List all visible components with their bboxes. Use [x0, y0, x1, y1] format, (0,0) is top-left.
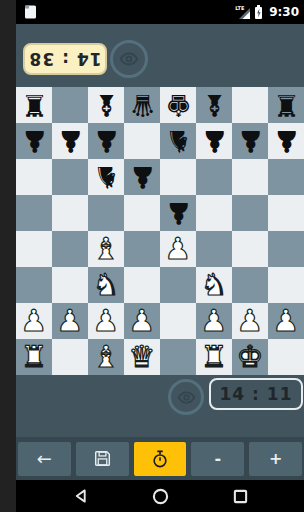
back-arrow-icon: ←	[37, 448, 52, 469]
square-h3[interactable]	[268, 267, 304, 303]
save-floppy-icon	[94, 450, 111, 467]
square-h4[interactable]	[268, 231, 304, 267]
square-e7[interactable]: ♞	[160, 123, 196, 159]
square-f1[interactable]: ♜	[196, 339, 232, 375]
plus-label: +	[269, 449, 282, 468]
black-clock-zone: 14 : 38	[16, 24, 304, 87]
battery-charging-icon	[254, 4, 263, 20]
square-a8[interactable]: ♜	[16, 87, 52, 123]
square-b1[interactable]	[52, 339, 88, 375]
eye-toggle-top-button[interactable]	[110, 40, 148, 78]
black-clock[interactable]: 14 : 38	[23, 43, 107, 75]
square-c5[interactable]	[88, 195, 124, 231]
square-h8[interactable]: ♜	[268, 87, 304, 123]
square-f5[interactable]	[196, 195, 232, 231]
nav-back-icon[interactable]	[73, 488, 88, 504]
square-d5[interactable]	[124, 195, 160, 231]
black-queen: ♛	[129, 87, 156, 123]
white-pawn: ♟	[165, 231, 192, 267]
black-knight: ♞	[165, 123, 192, 159]
chess-board: ♜♝♛♚♝♜♟♟♟♞♟♟♟♞♟♟♝♟♞♞♟♟♟♟♟♟♟♜♝♛♜♚	[16, 87, 304, 375]
square-c1[interactable]: ♝	[88, 339, 124, 375]
square-f2[interactable]: ♟	[196, 303, 232, 339]
square-d3[interactable]	[124, 267, 160, 303]
save-button[interactable]	[76, 442, 129, 476]
white-knight: ♞	[93, 267, 120, 303]
black-pawn: ♟	[237, 123, 264, 159]
square-g5[interactable]	[232, 195, 268, 231]
square-d8[interactable]: ♛	[124, 87, 160, 123]
stopwatch-icon	[151, 450, 169, 468]
timer-button[interactable]	[134, 442, 187, 476]
black-bishop: ♝	[201, 87, 228, 123]
square-d2[interactable]: ♟	[124, 303, 160, 339]
white-clock-zone: 14 : 11	[16, 375, 304, 437]
white-pawn: ♟	[129, 303, 156, 339]
square-b3[interactable]	[52, 267, 88, 303]
square-c8[interactable]: ♝	[88, 87, 124, 123]
square-e1[interactable]	[160, 339, 196, 375]
eye-icon	[118, 48, 140, 70]
square-e8[interactable]: ♚	[160, 87, 196, 123]
black-pawn: ♟	[21, 123, 48, 159]
nav-home-icon[interactable]	[152, 488, 169, 505]
square-f7[interactable]: ♟	[196, 123, 232, 159]
square-c6[interactable]: ♞	[88, 159, 124, 195]
nav-recents-icon[interactable]	[233, 489, 248, 504]
square-a4[interactable]	[16, 231, 52, 267]
square-e4[interactable]: ♟	[160, 231, 196, 267]
status-bar: LTE 9:30	[16, 0, 304, 24]
square-b5[interactable]	[52, 195, 88, 231]
square-g4[interactable]	[232, 231, 268, 267]
decrease-time-button[interactable]: -	[191, 442, 244, 476]
square-a3[interactable]	[16, 267, 52, 303]
white-pawn: ♟	[273, 303, 300, 339]
square-b7[interactable]: ♟	[52, 123, 88, 159]
increase-time-button[interactable]: +	[249, 442, 302, 476]
square-a7[interactable]: ♟	[16, 123, 52, 159]
black-pawn: ♟	[93, 123, 120, 159]
square-d6[interactable]: ♟	[124, 159, 160, 195]
square-c3[interactable]: ♞	[88, 267, 124, 303]
black-king: ♚	[165, 87, 192, 123]
square-f4[interactable]	[196, 231, 232, 267]
square-g7[interactable]: ♟	[232, 123, 268, 159]
black-clock-time: 14 : 38	[29, 49, 102, 69]
black-pawn: ♟	[57, 123, 84, 159]
square-a6[interactable]	[16, 159, 52, 195]
signal-lte-icon: LTE	[235, 5, 250, 19]
square-e5[interactable]: ♟	[160, 195, 196, 231]
minus-label: -	[214, 449, 221, 468]
chess-app-screen: LTE 9:30 14 : 38 ♜♝♛♚♝♜♟	[16, 0, 304, 512]
black-rook: ♜	[21, 87, 48, 123]
square-g6[interactable]	[232, 159, 268, 195]
square-f8[interactable]: ♝	[196, 87, 232, 123]
square-d4[interactable]	[124, 231, 160, 267]
black-knight: ♞	[93, 159, 120, 195]
black-bishop: ♝	[93, 87, 120, 123]
square-f3[interactable]: ♞	[196, 267, 232, 303]
white-knight: ♞	[201, 267, 228, 303]
white-bishop: ♝	[93, 231, 120, 267]
square-a2[interactable]: ♟	[16, 303, 52, 339]
eye-toggle-bottom-button[interactable]	[168, 379, 204, 415]
android-nav-bar	[16, 480, 304, 512]
white-pawn: ♟	[201, 303, 228, 339]
square-b8[interactable]	[52, 87, 88, 123]
back-button[interactable]: ←	[18, 442, 71, 476]
square-d7[interactable]	[124, 123, 160, 159]
black-pawn: ♟	[165, 195, 192, 231]
black-pawn: ♟	[273, 123, 300, 159]
square-d1[interactable]: ♛	[124, 339, 160, 375]
square-c7[interactable]: ♟	[88, 123, 124, 159]
square-g2[interactable]: ♟	[232, 303, 268, 339]
square-h5[interactable]	[268, 195, 304, 231]
square-e3[interactable]	[160, 267, 196, 303]
square-b4[interactable]	[52, 231, 88, 267]
eye-icon	[176, 387, 197, 408]
square-b6[interactable]	[52, 159, 88, 195]
black-rook: ♜	[273, 87, 300, 123]
toolbar: ← - +	[16, 437, 304, 480]
square-f6[interactable]	[196, 159, 232, 195]
square-e2[interactable]	[160, 303, 196, 339]
white-pawn: ♟	[237, 303, 264, 339]
white-clock-time: 14 : 11	[220, 384, 293, 404]
square-g1[interactable]: ♚	[232, 339, 268, 375]
square-b2[interactable]: ♟	[52, 303, 88, 339]
status-clock: 9:30	[269, 5, 299, 19]
square-h2[interactable]: ♟	[268, 303, 304, 339]
white-pawn: ♟	[93, 303, 120, 339]
square-h6[interactable]	[268, 159, 304, 195]
square-g3[interactable]	[232, 267, 268, 303]
square-h1[interactable]	[268, 339, 304, 375]
white-rook: ♜	[21, 339, 48, 375]
white-queen: ♛	[129, 339, 156, 375]
square-c4[interactable]: ♝	[88, 231, 124, 267]
square-h7[interactable]: ♟	[268, 123, 304, 159]
black-pawn: ♟	[201, 123, 228, 159]
white-clock[interactable]: 14 : 11	[209, 378, 303, 410]
white-pawn: ♟	[21, 303, 48, 339]
notification-icon	[24, 4, 37, 20]
square-a5[interactable]	[16, 195, 52, 231]
white-bishop: ♝	[93, 339, 120, 375]
square-e6[interactable]	[160, 159, 196, 195]
white-pawn: ♟	[57, 303, 84, 339]
square-a1[interactable]: ♜	[16, 339, 52, 375]
white-king: ♚	[237, 339, 264, 375]
black-pawn: ♟	[129, 159, 156, 195]
white-rook: ♜	[201, 339, 228, 375]
square-c2[interactable]: ♟	[88, 303, 124, 339]
square-g8[interactable]	[232, 87, 268, 123]
